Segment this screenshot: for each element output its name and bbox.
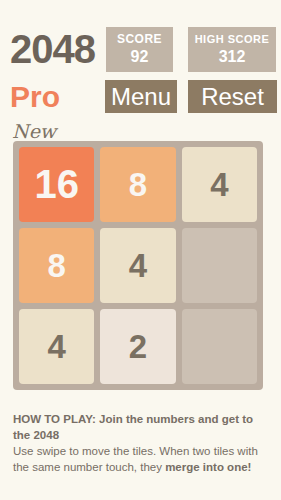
tile-8: 8 — [100, 147, 175, 222]
instructions-body: Use swipe to move the tiles. When two ti… — [13, 443, 271, 475]
score-value: 92 — [106, 47, 173, 66]
score-box: SCORE 92 — [106, 27, 173, 72]
app-window: 2048 ProNew SCORE 92 HIGH SCORE 312 Menu… — [0, 0, 281, 500]
tile-4: 4 — [19, 309, 94, 384]
empty-cell — [182, 309, 257, 384]
high-score-box: HIGH SCORE 312 — [188, 27, 276, 72]
tile-4: 4 — [100, 228, 175, 303]
tile-2: 2 — [100, 309, 175, 384]
reset-button[interactable]: Reset — [188, 80, 277, 113]
subtitle-row: ProNew — [10, 80, 106, 114]
tile-8: 8 — [19, 228, 94, 303]
tile-4: 4 — [182, 147, 257, 222]
instructions-body-bold: merge into one! — [165, 461, 251, 473]
high-score-label: HIGH SCORE — [188, 32, 276, 47]
how-to-play-text: HOW TO PLAY: Join the numbers and get to… — [13, 411, 271, 443]
tile-16: 16 — [19, 147, 94, 222]
empty-cell — [182, 228, 257, 303]
score-label: SCORE — [106, 32, 173, 47]
menu-button[interactable]: Menu — [105, 80, 177, 113]
high-score-value: 312 — [188, 47, 276, 66]
board[interactable]: 16848442 — [13, 141, 263, 390]
instructions: HOW TO PLAY: Join the numbers and get to… — [13, 411, 271, 475]
pro-badge: Pro — [10, 80, 60, 114]
app-title: 2048 — [10, 24, 106, 74]
